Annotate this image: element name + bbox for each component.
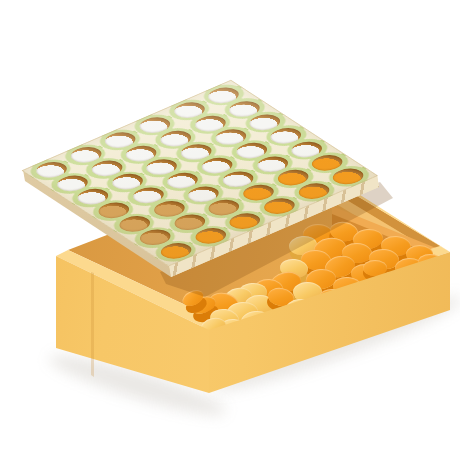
product-photo-scene xyxy=(0,0,460,460)
